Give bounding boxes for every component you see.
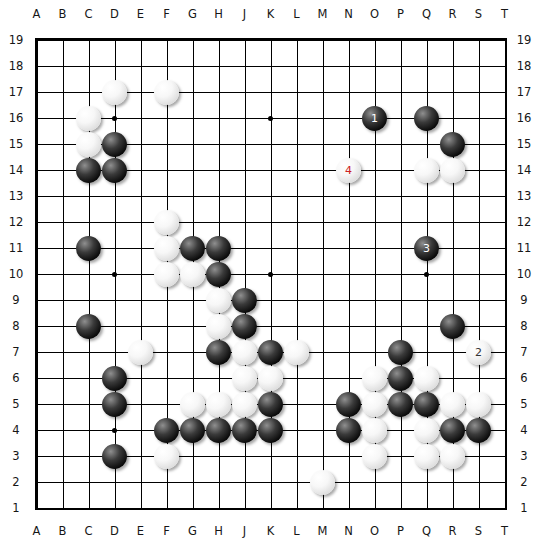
intersection-A13[interactable] (24, 183, 50, 209)
intersection-P15[interactable] (388, 131, 414, 157)
intersection-E13[interactable] (128, 183, 154, 209)
intersection-F14[interactable] (154, 157, 180, 183)
stone-white-Q6[interactable] (414, 366, 439, 391)
intersection-G3[interactable] (180, 443, 206, 469)
intersection-O15[interactable] (362, 131, 388, 157)
intersection-T8[interactable] (492, 313, 518, 339)
intersection-M3[interactable] (310, 443, 336, 469)
intersection-B14[interactable] (50, 157, 76, 183)
intersection-K1[interactable] (258, 495, 284, 521)
intersection-D4[interactable] (102, 417, 128, 443)
intersection-K5[interactable] (258, 391, 284, 417)
stone-black-D15[interactable] (102, 132, 127, 157)
intersection-O6[interactable] (362, 365, 388, 391)
stone-white-F3[interactable] (154, 444, 179, 469)
intersection-G8[interactable] (180, 313, 206, 339)
intersection-L15[interactable] (284, 131, 310, 157)
intersection-L19[interactable] (284, 27, 310, 53)
intersection-E8[interactable] (128, 313, 154, 339)
stone-black-P5[interactable] (388, 392, 413, 417)
stone-black-C11[interactable] (76, 236, 101, 261)
intersection-S1[interactable] (466, 495, 492, 521)
intersection-C4[interactable] (76, 417, 102, 443)
intersection-O13[interactable] (362, 183, 388, 209)
intersection-D17[interactable] (102, 79, 128, 105)
intersection-S10[interactable] (466, 261, 492, 287)
intersection-A8[interactable] (24, 313, 50, 339)
intersection-M7[interactable] (310, 339, 336, 365)
intersection-H8[interactable] (206, 313, 232, 339)
intersection-C10[interactable] (76, 261, 102, 287)
intersection-L3[interactable] (284, 443, 310, 469)
stone-black-D5[interactable] (102, 392, 127, 417)
intersection-K4[interactable] (258, 417, 284, 443)
intersection-E11[interactable] (128, 235, 154, 261)
intersection-K12[interactable] (258, 209, 284, 235)
intersection-H11[interactable] (206, 235, 232, 261)
intersection-D18[interactable] (102, 53, 128, 79)
stone-black-H4[interactable] (206, 418, 231, 443)
intersection-H5[interactable] (206, 391, 232, 417)
intersection-M16[interactable] (310, 105, 336, 131)
intersection-A5[interactable] (24, 391, 50, 417)
intersection-P16[interactable] (388, 105, 414, 131)
intersection-O11[interactable] (362, 235, 388, 261)
stone-white-Q3[interactable] (414, 444, 439, 469)
intersection-L10[interactable] (284, 261, 310, 287)
stone-black-J9[interactable] (232, 288, 257, 313)
stone-black-D14[interactable] (102, 158, 127, 183)
intersection-C6[interactable] (76, 365, 102, 391)
intersection-N10[interactable] (336, 261, 362, 287)
intersection-D16[interactable] (102, 105, 128, 131)
intersection-J10[interactable] (232, 261, 258, 287)
stone-black-C14[interactable] (76, 158, 101, 183)
intersection-T16[interactable] (492, 105, 518, 131)
intersection-N13[interactable] (336, 183, 362, 209)
intersection-R3[interactable] (440, 443, 466, 469)
intersection-J6[interactable] (232, 365, 258, 391)
stone-white-F17[interactable] (154, 80, 179, 105)
intersection-A11[interactable] (24, 235, 50, 261)
intersection-Q10[interactable] (414, 261, 440, 287)
intersection-A18[interactable] (24, 53, 50, 79)
intersection-C18[interactable] (76, 53, 102, 79)
intersection-Q14[interactable] (414, 157, 440, 183)
stone-white-O6[interactable] (362, 366, 387, 391)
intersection-Q17[interactable] (414, 79, 440, 105)
intersection-H19[interactable] (206, 27, 232, 53)
intersection-L13[interactable] (284, 183, 310, 209)
intersection-P1[interactable] (388, 495, 414, 521)
intersection-S16[interactable] (466, 105, 492, 131)
intersection-E19[interactable] (128, 27, 154, 53)
intersection-K14[interactable] (258, 157, 284, 183)
intersection-E3[interactable] (128, 443, 154, 469)
intersection-J16[interactable] (232, 105, 258, 131)
intersection-K6[interactable] (258, 365, 284, 391)
stone-white-J5[interactable] (232, 392, 257, 417)
intersection-H17[interactable] (206, 79, 232, 105)
intersection-K11[interactable] (258, 235, 284, 261)
intersection-B1[interactable] (50, 495, 76, 521)
intersection-N15[interactable] (336, 131, 362, 157)
intersection-P4[interactable] (388, 417, 414, 443)
intersection-F18[interactable] (154, 53, 180, 79)
intersection-K17[interactable] (258, 79, 284, 105)
intersection-H6[interactable] (206, 365, 232, 391)
intersection-M19[interactable] (310, 27, 336, 53)
stone-black-P7[interactable] (388, 340, 413, 365)
intersection-B11[interactable] (50, 235, 76, 261)
intersection-P6[interactable] (388, 365, 414, 391)
stone-white-F12[interactable] (154, 210, 179, 235)
stone-black-G11[interactable] (180, 236, 205, 261)
stone-white-O3[interactable] (362, 444, 387, 469)
intersection-S19[interactable] (466, 27, 492, 53)
intersection-G14[interactable] (180, 157, 206, 183)
stone-black-N5[interactable] (336, 392, 361, 417)
intersection-A12[interactable] (24, 209, 50, 235)
intersection-G5[interactable] (180, 391, 206, 417)
intersection-G12[interactable] (180, 209, 206, 235)
intersection-S5[interactable] (466, 391, 492, 417)
intersection-G4[interactable] (180, 417, 206, 443)
intersection-Q9[interactable] (414, 287, 440, 313)
intersection-B7[interactable] (50, 339, 76, 365)
intersection-S11[interactable] (466, 235, 492, 261)
intersection-Q8[interactable] (414, 313, 440, 339)
intersection-S13[interactable] (466, 183, 492, 209)
intersection-C1[interactable] (76, 495, 102, 521)
intersection-G17[interactable] (180, 79, 206, 105)
stone-white-G10[interactable] (180, 262, 205, 287)
stone-black-R15[interactable] (440, 132, 465, 157)
intersection-K13[interactable] (258, 183, 284, 209)
intersection-N9[interactable] (336, 287, 362, 313)
intersection-O3[interactable] (362, 443, 388, 469)
intersection-M12[interactable] (310, 209, 336, 235)
intersection-B16[interactable] (50, 105, 76, 131)
intersection-D15[interactable] (102, 131, 128, 157)
intersection-E16[interactable] (128, 105, 154, 131)
intersection-M1[interactable] (310, 495, 336, 521)
intersection-S8[interactable] (466, 313, 492, 339)
intersection-F6[interactable] (154, 365, 180, 391)
intersection-A2[interactable] (24, 469, 50, 495)
intersection-Q2[interactable] (414, 469, 440, 495)
intersection-N19[interactable] (336, 27, 362, 53)
intersection-T6[interactable] (492, 365, 518, 391)
intersection-R13[interactable] (440, 183, 466, 209)
stone-black-S4[interactable] (466, 418, 491, 443)
stone-black-K7[interactable] (258, 340, 283, 365)
stone-black-H7[interactable] (206, 340, 231, 365)
intersection-N16[interactable] (336, 105, 362, 131)
intersection-F13[interactable] (154, 183, 180, 209)
intersection-S14[interactable] (466, 157, 492, 183)
intersection-D19[interactable] (102, 27, 128, 53)
intersection-J17[interactable] (232, 79, 258, 105)
stone-black-D3[interactable] (102, 444, 127, 469)
intersection-D3[interactable] (102, 443, 128, 469)
intersection-A16[interactable] (24, 105, 50, 131)
intersection-B9[interactable] (50, 287, 76, 313)
intersection-M14[interactable] (310, 157, 336, 183)
intersection-S18[interactable] (466, 53, 492, 79)
intersection-A9[interactable] (24, 287, 50, 313)
intersection-T19[interactable] (492, 27, 518, 53)
intersection-J12[interactable] (232, 209, 258, 235)
intersection-P13[interactable] (388, 183, 414, 209)
intersection-A10[interactable] (24, 261, 50, 287)
intersection-E12[interactable] (128, 209, 154, 235)
intersection-Q12[interactable] (414, 209, 440, 235)
intersection-N3[interactable] (336, 443, 362, 469)
intersection-R8[interactable] (440, 313, 466, 339)
stone-white-H5[interactable] (206, 392, 231, 417)
stone-white-M2[interactable] (310, 470, 335, 495)
stone-black-H10[interactable] (206, 262, 231, 287)
intersection-N8[interactable] (336, 313, 362, 339)
intersection-N7[interactable] (336, 339, 362, 365)
intersection-C8[interactable] (76, 313, 102, 339)
intersection-M15[interactable] (310, 131, 336, 157)
intersection-J4[interactable] (232, 417, 258, 443)
intersection-G7[interactable] (180, 339, 206, 365)
intersection-D8[interactable] (102, 313, 128, 339)
intersection-T10[interactable] (492, 261, 518, 287)
intersection-B15[interactable] (50, 131, 76, 157)
intersection-O8[interactable] (362, 313, 388, 339)
stone-white-C16[interactable] (76, 106, 101, 131)
intersection-R16[interactable] (440, 105, 466, 131)
intersection-R5[interactable] (440, 391, 466, 417)
intersection-J18[interactable] (232, 53, 258, 79)
intersection-C5[interactable] (76, 391, 102, 417)
intersection-S7[interactable]: 2 (466, 339, 492, 365)
intersection-E18[interactable] (128, 53, 154, 79)
intersection-F16[interactable] (154, 105, 180, 131)
intersection-G19[interactable] (180, 27, 206, 53)
intersection-P7[interactable] (388, 339, 414, 365)
intersection-P5[interactable] (388, 391, 414, 417)
intersection-K16[interactable] (258, 105, 284, 131)
intersection-T3[interactable] (492, 443, 518, 469)
intersection-D1[interactable] (102, 495, 128, 521)
intersection-A7[interactable] (24, 339, 50, 365)
intersection-K19[interactable] (258, 27, 284, 53)
stone-white-O4[interactable] (362, 418, 387, 443)
intersection-R18[interactable] (440, 53, 466, 79)
intersection-D14[interactable] (102, 157, 128, 183)
intersection-D10[interactable] (102, 261, 128, 287)
intersection-C15[interactable] (76, 131, 102, 157)
intersection-D12[interactable] (102, 209, 128, 235)
intersection-H10[interactable] (206, 261, 232, 287)
stone-black-P6[interactable] (388, 366, 413, 391)
stone-white-K6[interactable] (258, 366, 283, 391)
intersection-N5[interactable] (336, 391, 362, 417)
intersection-M2[interactable] (310, 469, 336, 495)
intersection-R2[interactable] (440, 469, 466, 495)
intersection-R14[interactable] (440, 157, 466, 183)
intersection-G13[interactable] (180, 183, 206, 209)
intersection-O18[interactable] (362, 53, 388, 79)
intersection-L7[interactable] (284, 339, 310, 365)
intersection-T18[interactable] (492, 53, 518, 79)
intersection-A6[interactable] (24, 365, 50, 391)
intersection-C9[interactable] (76, 287, 102, 313)
intersection-R15[interactable] (440, 131, 466, 157)
stone-white-F10[interactable] (154, 262, 179, 287)
intersection-P2[interactable] (388, 469, 414, 495)
intersection-J1[interactable] (232, 495, 258, 521)
intersection-O9[interactable] (362, 287, 388, 313)
intersection-B18[interactable] (50, 53, 76, 79)
intersection-R19[interactable] (440, 27, 466, 53)
intersection-D2[interactable] (102, 469, 128, 495)
stone-black-J8[interactable] (232, 314, 257, 339)
intersection-Q13[interactable] (414, 183, 440, 209)
intersection-B4[interactable] (50, 417, 76, 443)
intersection-O17[interactable] (362, 79, 388, 105)
intersection-K8[interactable] (258, 313, 284, 339)
intersection-J3[interactable] (232, 443, 258, 469)
intersection-E4[interactable] (128, 417, 154, 443)
intersection-B17[interactable] (50, 79, 76, 105)
intersection-G1[interactable] (180, 495, 206, 521)
intersection-H3[interactable] (206, 443, 232, 469)
stone-white-G5[interactable] (180, 392, 205, 417)
intersection-E17[interactable] (128, 79, 154, 105)
intersection-M10[interactable] (310, 261, 336, 287)
intersection-L16[interactable] (284, 105, 310, 131)
intersection-Q1[interactable] (414, 495, 440, 521)
intersection-F7[interactable] (154, 339, 180, 365)
intersection-G6[interactable] (180, 365, 206, 391)
intersection-T12[interactable] (492, 209, 518, 235)
intersection-L14[interactable] (284, 157, 310, 183)
intersection-F5[interactable] (154, 391, 180, 417)
intersection-N18[interactable] (336, 53, 362, 79)
stone-black-Q16[interactable] (414, 106, 439, 131)
intersection-L5[interactable] (284, 391, 310, 417)
intersection-D6[interactable] (102, 365, 128, 391)
intersection-F15[interactable] (154, 131, 180, 157)
intersection-E10[interactable] (128, 261, 154, 287)
intersection-O19[interactable] (362, 27, 388, 53)
intersection-D9[interactable] (102, 287, 128, 313)
intersection-E2[interactable] (128, 469, 154, 495)
intersection-J15[interactable] (232, 131, 258, 157)
intersection-T4[interactable] (492, 417, 518, 443)
stone-black-D6[interactable] (102, 366, 127, 391)
intersection-P8[interactable] (388, 313, 414, 339)
stone-black-J4[interactable] (232, 418, 257, 443)
intersection-A17[interactable] (24, 79, 50, 105)
intersection-H4[interactable] (206, 417, 232, 443)
intersection-B12[interactable] (50, 209, 76, 235)
intersection-P18[interactable] (388, 53, 414, 79)
intersection-L17[interactable] (284, 79, 310, 105)
intersection-M13[interactable] (310, 183, 336, 209)
intersection-N12[interactable] (336, 209, 362, 235)
intersection-P14[interactable] (388, 157, 414, 183)
intersection-C7[interactable] (76, 339, 102, 365)
intersection-L1[interactable] (284, 495, 310, 521)
intersection-L4[interactable] (284, 417, 310, 443)
intersection-H14[interactable] (206, 157, 232, 183)
intersection-N17[interactable] (336, 79, 362, 105)
intersection-S4[interactable] (466, 417, 492, 443)
intersection-J9[interactable] (232, 287, 258, 313)
intersection-D5[interactable] (102, 391, 128, 417)
intersection-B3[interactable] (50, 443, 76, 469)
intersection-H9[interactable] (206, 287, 232, 313)
intersection-T2[interactable] (492, 469, 518, 495)
intersection-F19[interactable] (154, 27, 180, 53)
intersection-M17[interactable] (310, 79, 336, 105)
intersection-N1[interactable] (336, 495, 362, 521)
stone-white-R5[interactable] (440, 392, 465, 417)
intersection-P10[interactable] (388, 261, 414, 287)
stone-white-L7[interactable] (284, 340, 309, 365)
intersection-H15[interactable] (206, 131, 232, 157)
stone-white-Q4[interactable] (414, 418, 439, 443)
intersection-O4[interactable] (362, 417, 388, 443)
intersection-R7[interactable] (440, 339, 466, 365)
intersection-K3[interactable] (258, 443, 284, 469)
intersection-K10[interactable] (258, 261, 284, 287)
intersection-E14[interactable] (128, 157, 154, 183)
stone-black-K5[interactable] (258, 392, 283, 417)
intersection-E5[interactable] (128, 391, 154, 417)
intersection-N11[interactable] (336, 235, 362, 261)
intersection-T7[interactable] (492, 339, 518, 365)
intersection-R4[interactable] (440, 417, 466, 443)
intersection-L11[interactable] (284, 235, 310, 261)
intersection-A15[interactable] (24, 131, 50, 157)
intersection-B2[interactable] (50, 469, 76, 495)
intersection-R6[interactable] (440, 365, 466, 391)
stone-black-R8[interactable] (440, 314, 465, 339)
intersection-N2[interactable] (336, 469, 362, 495)
intersection-R11[interactable] (440, 235, 466, 261)
intersection-F1[interactable] (154, 495, 180, 521)
intersection-Q5[interactable] (414, 391, 440, 417)
intersection-P9[interactable] (388, 287, 414, 313)
intersection-C17[interactable] (76, 79, 102, 105)
intersection-F12[interactable] (154, 209, 180, 235)
intersection-G2[interactable] (180, 469, 206, 495)
intersection-G18[interactable] (180, 53, 206, 79)
intersection-S2[interactable] (466, 469, 492, 495)
intersection-Q3[interactable] (414, 443, 440, 469)
intersection-F10[interactable] (154, 261, 180, 287)
intersection-T5[interactable] (492, 391, 518, 417)
intersection-A14[interactable] (24, 157, 50, 183)
intersection-Q4[interactable] (414, 417, 440, 443)
intersection-R9[interactable] (440, 287, 466, 313)
intersection-J2[interactable] (232, 469, 258, 495)
intersection-C19[interactable] (76, 27, 102, 53)
stone-black-F4[interactable] (154, 418, 179, 443)
intersection-E6[interactable] (128, 365, 154, 391)
intersection-T11[interactable] (492, 235, 518, 261)
intersection-P12[interactable] (388, 209, 414, 235)
intersection-C12[interactable] (76, 209, 102, 235)
